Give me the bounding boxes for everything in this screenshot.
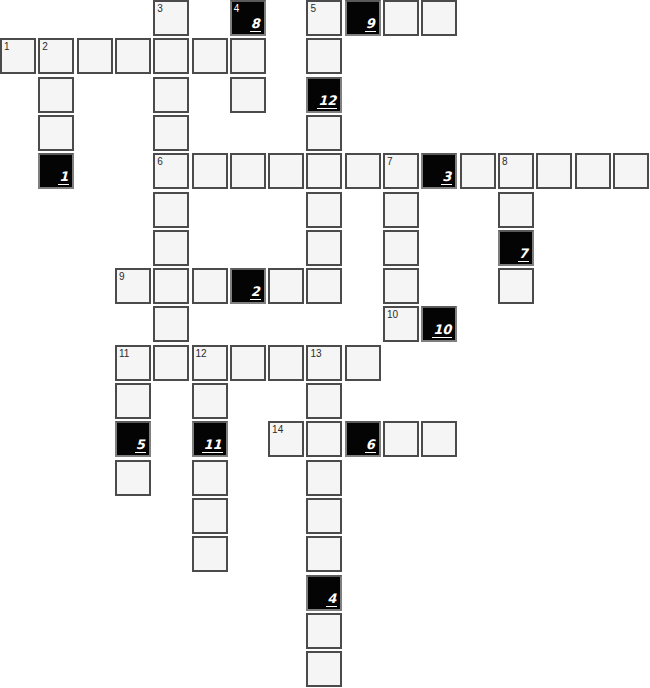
clue-number: 8 [502, 156, 508, 167]
white-cell-r4-c8[interactable] [306, 153, 342, 189]
clue-number: 9 [119, 271, 125, 282]
white-cell-r16-c8[interactable] [306, 613, 342, 649]
white-cell-r2-c4[interactable] [153, 77, 189, 113]
white-cell-r4-c7[interactable] [268, 153, 304, 189]
white-cell-r4-c9[interactable] [345, 153, 381, 189]
white-cell-r17-c8[interactable] [306, 651, 342, 687]
white-cell-r1-c5[interactable] [192, 38, 228, 74]
black-cell-r0-c6: 48 [230, 0, 266, 36]
black-cell-r11-c5: 11 [192, 421, 228, 457]
white-cell-r4-c15[interactable] [575, 153, 611, 189]
clue-number: 6 [157, 156, 163, 167]
clue-number: 13 [310, 348, 321, 359]
white-cell-r0-c11[interactable] [421, 0, 457, 36]
white-cell-r12-c5[interactable] [192, 460, 228, 496]
white-cell-r9-c6[interactable] [230, 345, 266, 381]
black-cell-r0-c9: 9 [345, 0, 381, 36]
white-cell-r9-c7[interactable] [268, 345, 304, 381]
black-cell-r2-c8: 12 [306, 77, 342, 113]
black-cell-r7-c6: 2 [230, 268, 266, 304]
white-cell-r4-c13[interactable]: 8 [498, 153, 534, 189]
white-cell-r0-c4[interactable]: 3 [153, 0, 189, 36]
white-cell-r3-c1[interactable] [38, 115, 74, 151]
solution-number: 6 [365, 438, 376, 453]
white-cell-r9-c9[interactable] [345, 345, 381, 381]
white-cell-r4-c12[interactable] [460, 153, 496, 189]
white-cell-r7-c8[interactable] [306, 268, 342, 304]
white-cell-r9-c3[interactable]: 11 [115, 345, 151, 381]
white-cell-r12-c3[interactable] [115, 460, 151, 496]
white-cell-r4-c16[interactable] [613, 153, 649, 189]
clue-number: 3 [157, 3, 163, 14]
white-cell-r8-c4[interactable] [153, 306, 189, 342]
white-cell-r9-c4[interactable] [153, 345, 189, 381]
white-cell-r5-c8[interactable] [306, 192, 342, 228]
white-cell-r1-c8[interactable] [306, 38, 342, 74]
white-cell-r9-c8[interactable]: 13 [306, 345, 342, 381]
white-cell-r3-c4[interactable] [153, 115, 189, 151]
black-cell-r11-c9: 6 [345, 421, 381, 457]
white-cell-r14-c5[interactable] [192, 536, 228, 572]
white-cell-r6-c8[interactable] [306, 230, 342, 266]
white-cell-r1-c6[interactable] [230, 38, 266, 74]
white-cell-r12-c8[interactable] [306, 460, 342, 496]
black-cell-r11-c3: 5 [115, 421, 151, 457]
white-cell-r1-c0[interactable]: 1 [0, 38, 36, 74]
white-cell-r1-c1[interactable]: 2 [38, 38, 74, 74]
clue-number: 12 [196, 348, 207, 359]
white-cell-r3-c8[interactable] [306, 115, 342, 151]
clue-number: 4 [234, 3, 240, 14]
solution-number: 2 [250, 285, 261, 300]
clue-number: 7 [387, 156, 393, 167]
solution-number: 8 [250, 17, 261, 32]
solution-number: 9 [365, 17, 376, 32]
white-cell-r5-c13[interactable] [498, 192, 534, 228]
solution-number: 4 [326, 592, 337, 607]
clue-number: 5 [310, 3, 316, 14]
solution-number: 1 [58, 170, 69, 185]
white-cell-r14-c8[interactable] [306, 536, 342, 572]
white-cell-r11-c7[interactable]: 14 [268, 421, 304, 457]
white-cell-r4-c5[interactable] [192, 153, 228, 189]
clue-number: 10 [387, 309, 398, 320]
white-cell-r4-c4[interactable]: 6 [153, 153, 189, 189]
white-cell-r5-c10[interactable] [383, 192, 419, 228]
white-cell-r7-c3[interactable]: 9 [115, 268, 151, 304]
solution-number: 11 [202, 438, 222, 453]
white-cell-r11-c11[interactable] [421, 421, 457, 457]
black-cell-r4-c1: 1 [38, 153, 74, 189]
black-cell-r4-c11: 3 [421, 153, 457, 189]
white-cell-r9-c5[interactable]: 12 [192, 345, 228, 381]
white-cell-r13-c8[interactable] [306, 498, 342, 534]
white-cell-r2-c6[interactable] [230, 77, 266, 113]
white-cell-r7-c4[interactable] [153, 268, 189, 304]
white-cell-r7-c5[interactable] [192, 268, 228, 304]
black-cell-r15-c8: 4 [306, 575, 342, 611]
white-cell-r10-c5[interactable] [192, 383, 228, 419]
white-cell-r6-c10[interactable] [383, 230, 419, 266]
white-cell-r10-c8[interactable] [306, 383, 342, 419]
clue-number: 14 [272, 424, 283, 435]
solution-number: 12 [317, 94, 337, 109]
solution-number: 10 [432, 323, 452, 338]
white-cell-r11-c8[interactable] [306, 421, 342, 457]
solution-number: 3 [441, 170, 452, 185]
white-cell-r7-c13[interactable] [498, 268, 534, 304]
white-cell-r1-c3[interactable] [115, 38, 151, 74]
white-cell-r0-c8[interactable]: 5 [306, 0, 342, 36]
solution-number: 5 [135, 438, 146, 453]
clue-number: 2 [42, 41, 48, 52]
white-cell-r7-c7[interactable] [268, 268, 304, 304]
black-cell-r8-c11: 10 [421, 306, 457, 342]
white-cell-r10-c3[interactable] [115, 383, 151, 419]
white-cell-r11-c10[interactable] [383, 421, 419, 457]
white-cell-r1-c4[interactable] [153, 38, 189, 74]
white-cell-r6-c4[interactable] [153, 230, 189, 266]
white-cell-r5-c4[interactable] [153, 192, 189, 228]
white-cell-r2-c1[interactable] [38, 77, 74, 113]
white-cell-r4-c14[interactable] [536, 153, 572, 189]
white-cell-r0-c10[interactable] [383, 0, 419, 36]
white-cell-r13-c5[interactable] [192, 498, 228, 534]
white-cell-r1-c2[interactable] [77, 38, 113, 74]
white-cell-r8-c10[interactable]: 10 [383, 306, 419, 342]
white-cell-r4-c6[interactable] [230, 153, 266, 189]
solution-number: 7 [518, 247, 529, 262]
clue-number: 1 [4, 41, 10, 52]
clue-number: 11 [119, 348, 129, 359]
black-cell-r6-c13: 7 [498, 230, 534, 266]
crossword-board: 3485912121673879210101112135111464 [0, 0, 650, 688]
white-cell-r7-c10[interactable] [383, 268, 419, 304]
white-cell-r4-c10[interactable]: 7 [383, 153, 419, 189]
